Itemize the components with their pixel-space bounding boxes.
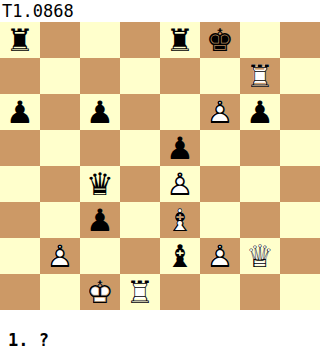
square-g1[interactable]	[240, 274, 280, 310]
square-e1[interactable]	[160, 274, 200, 310]
square-a5[interactable]	[0, 130, 40, 166]
square-g2[interactable]: ♛♕	[240, 238, 280, 274]
square-c6[interactable]: ♟	[80, 94, 120, 130]
square-b1[interactable]	[40, 274, 80, 310]
square-c8[interactable]	[80, 22, 120, 58]
square-f5[interactable]	[200, 130, 240, 166]
square-a8[interactable]: ♜	[0, 22, 40, 58]
square-h6[interactable]	[280, 94, 320, 130]
square-h1[interactable]	[280, 274, 320, 310]
piece-white-bishop: ♗	[160, 202, 200, 238]
puzzle-title: T1.0868	[2, 1, 74, 21]
piece-black-bishop: ♝	[160, 238, 200, 274]
square-b4[interactable]	[40, 166, 80, 202]
square-d1[interactable]: ♜♖	[120, 274, 160, 310]
square-d2[interactable]	[120, 238, 160, 274]
chess-board: ♜♜♚♜♖♟♟♟♙♟♟♛♟♙♟♝♗♟♙♝♟♙♛♕♚♔♜♖	[0, 22, 320, 310]
square-b5[interactable]	[40, 130, 80, 166]
square-c2[interactable]	[80, 238, 120, 274]
piece-white-pawn: ♙	[200, 94, 240, 130]
piece-black-pawn: ♟	[80, 94, 120, 130]
square-a6[interactable]: ♟	[0, 94, 40, 130]
piece-black-rook: ♜	[160, 22, 200, 58]
square-e7[interactable]	[160, 58, 200, 94]
piece-white-rook: ♖	[120, 274, 160, 310]
piece-black-queen: ♛	[80, 166, 120, 202]
square-h8[interactable]	[280, 22, 320, 58]
square-h7[interactable]	[280, 58, 320, 94]
puzzle-page: T1.0868 ♜♜♚♜♖♟♟♟♙♟♟♛♟♙♟♝♗♟♙♝♟♙♛♕♚♔♜♖ 1. …	[0, 0, 320, 360]
move-prompt: 1. ?	[8, 330, 49, 350]
square-f6[interactable]: ♟♙	[200, 94, 240, 130]
square-e5[interactable]: ♟	[160, 130, 200, 166]
piece-white-king: ♔	[80, 274, 120, 310]
piece-white-rook: ♖	[240, 58, 280, 94]
square-d7[interactable]	[120, 58, 160, 94]
square-g5[interactable]	[240, 130, 280, 166]
square-g3[interactable]	[240, 202, 280, 238]
piece-black-king: ♚	[200, 22, 240, 58]
square-f2[interactable]: ♟♙	[200, 238, 240, 274]
square-g8[interactable]	[240, 22, 280, 58]
square-b2[interactable]: ♟♙	[40, 238, 80, 274]
square-f4[interactable]	[200, 166, 240, 202]
square-c4[interactable]: ♛	[80, 166, 120, 202]
square-e8[interactable]: ♜	[160, 22, 200, 58]
square-g4[interactable]	[240, 166, 280, 202]
piece-white-pawn: ♙	[160, 166, 200, 202]
piece-white-pawn: ♙	[200, 238, 240, 274]
piece-black-pawn: ♟	[0, 94, 40, 130]
square-f8[interactable]: ♚	[200, 22, 240, 58]
square-c5[interactable]	[80, 130, 120, 166]
square-e6[interactable]	[160, 94, 200, 130]
piece-black-rook: ♜	[0, 22, 40, 58]
piece-black-pawn: ♟	[80, 202, 120, 238]
square-a1[interactable]	[0, 274, 40, 310]
square-f1[interactable]	[200, 274, 240, 310]
square-f3[interactable]	[200, 202, 240, 238]
square-g7[interactable]: ♜♖	[240, 58, 280, 94]
square-g6[interactable]: ♟	[240, 94, 280, 130]
square-a2[interactable]	[0, 238, 40, 274]
square-h4[interactable]	[280, 166, 320, 202]
piece-white-pawn: ♙	[40, 238, 80, 274]
square-e4[interactable]: ♟♙	[160, 166, 200, 202]
square-b3[interactable]	[40, 202, 80, 238]
square-h3[interactable]	[280, 202, 320, 238]
square-d4[interactable]	[120, 166, 160, 202]
square-d6[interactable]	[120, 94, 160, 130]
square-b6[interactable]	[40, 94, 80, 130]
square-a3[interactable]	[0, 202, 40, 238]
square-d3[interactable]	[120, 202, 160, 238]
square-d8[interactable]	[120, 22, 160, 58]
square-c7[interactable]	[80, 58, 120, 94]
square-a7[interactable]	[0, 58, 40, 94]
piece-white-queen: ♕	[240, 238, 280, 274]
square-h5[interactable]	[280, 130, 320, 166]
piece-black-pawn: ♟	[160, 130, 200, 166]
square-h2[interactable]	[280, 238, 320, 274]
square-c3[interactable]: ♟	[80, 202, 120, 238]
square-e2[interactable]: ♝	[160, 238, 200, 274]
square-d5[interactable]	[120, 130, 160, 166]
square-f7[interactable]	[200, 58, 240, 94]
square-a4[interactable]	[0, 166, 40, 202]
square-b7[interactable]	[40, 58, 80, 94]
square-e3[interactable]: ♝♗	[160, 202, 200, 238]
square-c1[interactable]: ♚♔	[80, 274, 120, 310]
square-b8[interactable]	[40, 22, 80, 58]
piece-black-pawn: ♟	[240, 94, 280, 130]
